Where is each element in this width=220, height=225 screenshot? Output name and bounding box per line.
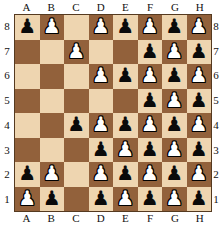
- file-labels-top: ABCDEFGH: [14, 0, 212, 14]
- square-b7[interactable]: [40, 40, 65, 65]
- rank-label-right-6: 6: [212, 70, 220, 81]
- file-label-top-a: A: [14, 2, 39, 13]
- black-pawn[interactable]: ♟: [165, 65, 183, 85]
- file-label-bottom-f: F: [138, 213, 163, 224]
- black-pawn[interactable]: ♟: [165, 163, 183, 183]
- file-label-top-e: E: [113, 2, 138, 13]
- square-h7[interactable]: ♟: [187, 40, 212, 65]
- file-label-top-d: D: [88, 2, 113, 13]
- rank-label-left-1: 1: [0, 194, 14, 205]
- white-pawn[interactable]: ♟: [141, 16, 159, 36]
- square-a1[interactable]: ♟: [15, 187, 40, 212]
- white-pawn[interactable]: ♟: [43, 16, 61, 36]
- black-pawn[interactable]: ♟: [116, 16, 134, 36]
- file-label-bottom-b: B: [39, 213, 64, 224]
- corner-top-right: [212, 0, 220, 14]
- square-a2[interactable]: ♟: [15, 162, 40, 187]
- white-pawn[interactable]: ♟: [92, 114, 110, 134]
- file-label-bottom-h: H: [187, 213, 212, 224]
- square-d1[interactable]: ♟: [89, 187, 114, 212]
- square-f2[interactable]: ♟: [138, 162, 163, 187]
- square-d6[interactable]: ♟: [89, 64, 114, 89]
- rank-label-left-5: 5: [0, 95, 14, 106]
- rank-label-left-6: 6: [0, 70, 14, 81]
- square-d4[interactable]: ♟: [89, 113, 114, 138]
- file-label-top-f: F: [138, 2, 163, 13]
- white-pawn[interactable]: ♟: [92, 16, 110, 36]
- rank-label-right-8: 8: [212, 21, 220, 32]
- square-c7[interactable]: ♟: [64, 40, 89, 65]
- corner-top-left: [0, 0, 14, 14]
- black-pawn[interactable]: ♟: [116, 65, 134, 85]
- black-pawn[interactable]: ♟: [190, 90, 208, 110]
- square-c3[interactable]: [64, 138, 89, 163]
- black-pawn[interactable]: ♟: [190, 41, 208, 61]
- black-pawn[interactable]: ♟: [165, 114, 183, 134]
- square-d5[interactable]: [89, 89, 114, 114]
- square-e3[interactable]: ♟: [113, 138, 138, 163]
- white-pawn[interactable]: ♟: [116, 188, 134, 208]
- square-b2[interactable]: ♟: [40, 162, 65, 187]
- white-pawn[interactable]: ♟: [92, 65, 110, 85]
- black-pawn[interactable]: ♟: [18, 16, 36, 36]
- black-pawn[interactable]: ♟: [116, 163, 134, 183]
- rank-label-right-2: 2: [212, 169, 220, 180]
- square-g7[interactable]: ♟: [162, 40, 187, 65]
- file-labels-bottom: ABCDEFGH: [14, 212, 212, 225]
- square-g5[interactable]: ♟: [162, 89, 187, 114]
- black-pawn[interactable]: ♟: [141, 139, 159, 159]
- rank-labels-left: 87654321: [0, 14, 14, 212]
- square-a3[interactable]: [15, 138, 40, 163]
- square-e6[interactable]: ♟: [113, 64, 138, 89]
- white-pawn[interactable]: ♟: [141, 163, 159, 183]
- square-e5[interactable]: [113, 89, 138, 114]
- white-pawn[interactable]: ♟: [165, 139, 183, 159]
- black-pawn[interactable]: ♟: [116, 114, 134, 134]
- square-b1[interactable]: ♟: [40, 187, 65, 212]
- black-pawn[interactable]: ♟: [141, 90, 159, 110]
- white-pawn[interactable]: ♟: [165, 90, 183, 110]
- black-pawn[interactable]: ♟: [43, 188, 61, 208]
- white-pawn[interactable]: ♟: [190, 114, 208, 134]
- rank-label-left-8: 8: [0, 21, 14, 32]
- black-pawn[interactable]: ♟: [141, 188, 159, 208]
- black-pawn[interactable]: ♟: [165, 16, 183, 36]
- square-g8[interactable]: ♟: [162, 15, 187, 40]
- file-label-bottom-c: C: [64, 213, 89, 224]
- square-g1[interactable]: ♟: [162, 187, 187, 212]
- file-label-bottom-g: G: [163, 213, 188, 224]
- square-h5[interactable]: ♟: [187, 89, 212, 114]
- square-d2[interactable]: ♟: [89, 162, 114, 187]
- square-f1[interactable]: ♟: [138, 187, 163, 212]
- square-e7[interactable]: [113, 40, 138, 65]
- rank-label-left-2: 2: [0, 169, 14, 180]
- file-label-bottom-d: D: [88, 213, 113, 224]
- square-c4[interactable]: ♟: [64, 113, 89, 138]
- white-pawn[interactable]: ♟: [141, 114, 159, 134]
- rank-labels-right: 87654321: [212, 14, 220, 212]
- square-b4[interactable]: [40, 113, 65, 138]
- rank-label-right-4: 4: [212, 120, 220, 131]
- square-c8[interactable]: [64, 15, 89, 40]
- file-label-top-g: G: [163, 2, 188, 13]
- square-b5[interactable]: [40, 89, 65, 114]
- square-a5[interactable]: [15, 89, 40, 114]
- square-a7[interactable]: [15, 40, 40, 65]
- square-c5[interactable]: [64, 89, 89, 114]
- square-h2[interactable]: ♟: [187, 162, 212, 187]
- file-label-bottom-a: A: [14, 213, 39, 224]
- square-e8[interactable]: ♟: [113, 15, 138, 40]
- chess-board: ♟♟♟♟♟♟♟♟♟♟♟♟♟♟♟♟♟♟♟♟♟♟♟♟♟♟♟♟♟♟♟♟♟♟♟♟♟♟♟♟…: [14, 14, 212, 212]
- rank-label-right-1: 1: [212, 194, 220, 205]
- rank-label-right-7: 7: [212, 46, 220, 57]
- square-d8[interactable]: ♟: [89, 15, 114, 40]
- square-e2[interactable]: ♟: [113, 162, 138, 187]
- white-pawn[interactable]: ♟: [67, 41, 85, 61]
- square-b3[interactable]: [40, 138, 65, 163]
- rank-label-right-3: 3: [212, 145, 220, 156]
- square-h1[interactable]: ♟: [187, 187, 212, 212]
- file-label-top-c: C: [64, 2, 89, 13]
- black-pawn[interactable]: ♟: [18, 163, 36, 183]
- square-c1[interactable]: [64, 187, 89, 212]
- chess-diagram: ABCDEFGH 87654321 ♟♟♟♟♟♟♟♟♟♟♟♟♟♟♟♟♟♟♟♟♟♟…: [0, 0, 220, 225]
- square-f5[interactable]: ♟: [138, 89, 163, 114]
- white-pawn[interactable]: ♟: [116, 139, 134, 159]
- white-pawn[interactable]: ♟: [165, 188, 183, 208]
- square-g2[interactable]: ♟: [162, 162, 187, 187]
- square-h3[interactable]: ♟: [187, 138, 212, 163]
- square-h4[interactable]: ♟: [187, 113, 212, 138]
- rank-label-left-4: 4: [0, 120, 14, 131]
- square-a4[interactable]: [15, 113, 40, 138]
- black-pawn[interactable]: ♟: [190, 139, 208, 159]
- rank-label-left-3: 3: [0, 145, 14, 156]
- white-pawn[interactable]: ♟: [141, 65, 159, 85]
- file-label-bottom-e: E: [113, 213, 138, 224]
- square-e1[interactable]: ♟: [113, 187, 138, 212]
- rank-label-left-7: 7: [0, 46, 14, 57]
- file-label-top-b: B: [39, 2, 64, 13]
- square-f4[interactable]: ♟: [138, 113, 163, 138]
- square-d3[interactable]: ♟: [89, 138, 114, 163]
- square-f7[interactable]: ♟: [138, 40, 163, 65]
- square-g4[interactable]: ♟: [162, 113, 187, 138]
- white-pawn[interactable]: ♟: [18, 188, 36, 208]
- square-c2[interactable]: [64, 162, 89, 187]
- black-pawn[interactable]: ♟: [67, 114, 85, 134]
- corner-bottom-right: [212, 212, 220, 225]
- square-g6[interactable]: ♟: [162, 64, 187, 89]
- square-a8[interactable]: ♟: [15, 15, 40, 40]
- file-label-top-h: H: [187, 2, 212, 13]
- white-pawn[interactable]: ♟: [190, 65, 208, 85]
- corner-bottom-left: [0, 212, 14, 225]
- square-d7[interactable]: [89, 40, 114, 65]
- square-b8[interactable]: ♟: [40, 15, 65, 40]
- black-pawn[interactable]: ♟: [92, 139, 110, 159]
- white-pawn[interactable]: ♟: [43, 163, 61, 183]
- square-f3[interactable]: ♟: [138, 138, 163, 163]
- square-h8[interactable]: ♟: [187, 15, 212, 40]
- square-e4[interactable]: ♟: [113, 113, 138, 138]
- square-f6[interactable]: ♟: [138, 64, 163, 89]
- black-pawn[interactable]: ♟: [190, 188, 208, 208]
- square-g3[interactable]: ♟: [162, 138, 187, 163]
- white-pawn[interactable]: ♟: [190, 16, 208, 36]
- square-b6[interactable]: [40, 64, 65, 89]
- white-pawn[interactable]: ♟: [165, 41, 183, 61]
- square-c6[interactable]: [64, 64, 89, 89]
- black-pawn[interactable]: ♟: [141, 41, 159, 61]
- rank-label-right-5: 5: [212, 95, 220, 106]
- white-pawn[interactable]: ♟: [92, 163, 110, 183]
- square-h6[interactable]: ♟: [187, 64, 212, 89]
- black-pawn[interactable]: ♟: [92, 188, 110, 208]
- square-a6[interactable]: [15, 64, 40, 89]
- white-pawn[interactable]: ♟: [190, 163, 208, 183]
- square-f8[interactable]: ♟: [138, 15, 163, 40]
